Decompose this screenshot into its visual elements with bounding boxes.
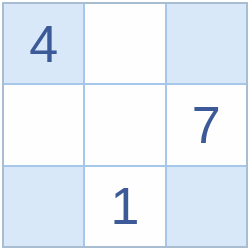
cell-r1c3[interactable] bbox=[167, 4, 246, 83]
cell-r2c2[interactable] bbox=[85, 85, 164, 164]
cell-r2c1[interactable] bbox=[4, 85, 83, 164]
cell-r1c2[interactable] bbox=[85, 4, 164, 83]
cell-r3c3[interactable] bbox=[167, 167, 246, 246]
cell-r3c2[interactable]: 1 bbox=[85, 167, 164, 246]
cell-r3c1[interactable] bbox=[4, 167, 83, 246]
puzzle-board: 4 7 1 bbox=[2, 2, 248, 248]
cell-r1c1[interactable]: 4 bbox=[4, 4, 83, 83]
cell-r2c3[interactable]: 7 bbox=[167, 85, 246, 164]
